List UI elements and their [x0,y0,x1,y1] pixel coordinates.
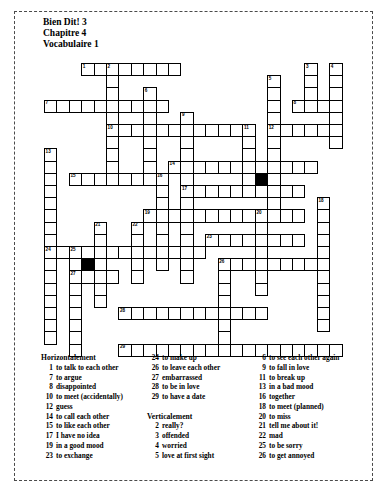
clue-number-28: 28 [120,308,125,313]
grid-cell[interactable] [81,270,94,283]
grid-cell[interactable] [180,136,193,149]
grid-cell[interactable] [106,246,119,259]
grid-cell[interactable] [280,258,293,271]
clue-text: I have no idea [56,431,100,441]
grid-cell[interactable] [304,161,317,174]
clue-text: to meet (planned) [269,402,324,412]
grid-cell[interactable] [267,87,280,100]
grid-cell[interactable] [94,100,107,113]
grid-cell[interactable] [193,161,206,174]
grid-cell[interactable] [280,234,293,247]
grid-cell[interactable] [317,222,330,235]
grid-cell[interactable] [255,222,268,235]
clue-text: mad [269,431,283,441]
clue-num: 6 [254,353,269,363]
grid-cell[interactable] [131,234,144,247]
clue-text: to like each other [56,421,110,431]
grid-cell[interactable] [230,161,243,174]
grid-cell[interactable] [106,173,119,186]
grid-cell[interactable] [131,258,144,271]
grid-cell[interactable] [118,173,131,186]
grid-cell[interactable]: 8 [292,100,305,113]
grid-cell[interactable] [292,209,305,222]
grid-cell[interactable] [193,185,206,198]
grid-cell[interactable] [280,161,293,174]
clue-number-19: 19 [145,210,150,215]
grid-cell[interactable] [218,185,231,198]
down-clue-26: 26to get annoyed [254,451,339,461]
across-clue-10: 10to meet (accidentally) [41,392,123,402]
down-clue-4: 4worried [147,441,220,451]
grid-cell[interactable] [143,100,156,113]
grid-cell[interactable] [44,319,57,332]
grid-cell[interactable] [168,124,181,137]
grid-cell[interactable] [317,319,330,332]
grid-cell[interactable] [267,234,280,247]
grid-cell[interactable] [280,209,293,222]
grid-cell[interactable] [242,173,255,186]
clue-number-9: 9 [182,112,185,117]
grid-cell[interactable] [44,331,57,344]
grid-cell[interactable] [56,100,69,113]
grid-cell[interactable] [193,307,206,320]
grid-cell[interactable] [143,246,156,259]
grid-cell[interactable] [205,209,218,222]
grid-cell[interactable] [255,270,268,283]
grid-cell[interactable] [44,270,57,283]
grid-cell[interactable] [156,100,169,113]
clue-number-1: 1 [83,64,86,69]
clue-num: 24 [147,353,162,363]
clue-num: 16 [254,392,269,402]
down-clue-22: 22mad [254,431,339,441]
grid-cell[interactable] [131,344,144,357]
across-clue-15: 15to like each other [41,421,123,431]
grid-cell[interactable] [94,234,107,247]
grid-cell[interactable] [317,270,330,283]
clue-number-23: 23 [207,234,212,239]
clue-num: 28 [147,382,162,392]
clue-number-18: 18 [318,198,323,203]
grid-cell[interactable]: 22 [131,222,144,235]
grid-cell[interactable] [242,161,255,174]
black-cell [81,258,94,271]
clue-number-5: 5 [269,76,272,81]
grid-cell[interactable] [143,307,156,320]
grid-cell[interactable]: 14 [168,161,181,174]
clue-number-11: 11 [244,125,249,130]
clue-number-22: 22 [132,222,137,227]
across-clue-23: 23to exchange [41,451,123,461]
grid-cell[interactable] [255,283,268,296]
down-clue-21: 21tell me about it! [254,421,339,431]
grid-cell[interactable] [106,148,119,161]
grid-cell[interactable] [317,209,330,222]
grid-cell[interactable] [230,258,243,271]
grid-cell[interactable] [267,258,280,271]
across-clue-12: 12guess [41,402,123,412]
grid-cell[interactable] [180,173,193,186]
clue-text: embarrassed [162,373,202,383]
clue-text: guess [56,402,73,412]
grid-cell[interactable]: 23 [205,234,218,247]
grid-cell[interactable] [168,246,181,259]
clue-num: 8 [41,382,56,392]
grid-cell[interactable] [106,75,119,88]
grid-cell[interactable]: 13 [44,148,57,161]
grid-cell[interactable] [242,307,255,320]
grid-cell[interactable] [94,270,107,283]
clue-text: really? [162,421,183,431]
clue-text: to fall in love [269,363,309,373]
clue-list-header: Horizontalement [41,353,123,363]
grid-cell[interactable] [230,344,243,357]
grid-cell[interactable] [44,258,57,271]
clue-num: 12 [41,402,56,412]
across-clue-29: 29to have a date [147,392,220,402]
grid-cell[interactable] [131,100,144,113]
clue-num: 15 [41,421,56,431]
clue-num: 3 [147,431,162,441]
grid-cell[interactable] [218,283,231,296]
clue-text: to be in love [162,382,200,392]
black-cell [255,173,268,186]
grid-cell[interactable] [242,136,255,149]
clue-num: 18 [254,402,269,412]
grid-cell[interactable] [94,258,107,271]
grid-cell[interactable] [69,100,82,113]
grid-cell[interactable] [44,209,57,222]
across-clue-8: 8disappointed [41,382,123,392]
grid-cell[interactable] [280,185,293,198]
grid-cell[interactable] [304,100,317,113]
grid-cell[interactable]: 18 [317,197,330,210]
grid-cell[interactable] [143,148,156,161]
across-clue-14: 14to call each other [41,412,123,422]
grid-cell[interactable] [242,185,255,198]
grid-cell[interactable] [118,100,131,113]
grid-cell[interactable] [156,63,169,76]
grid-cell[interactable] [304,75,317,88]
grid-cell[interactable] [180,270,193,283]
down-clue-11: 11to break up [254,373,339,383]
grid-cell[interactable] [255,234,268,247]
grid-cell[interactable] [118,63,131,76]
grid-cell[interactable] [44,234,57,247]
grid-cell[interactable] [44,295,57,308]
grid-cell[interactable] [230,124,243,137]
clue-number-8: 8 [294,100,297,105]
grid-cell[interactable] [156,258,169,271]
grid-cell[interactable] [242,209,255,222]
grid-cell[interactable]: 28 [118,307,131,320]
clue-number-15: 15 [70,173,75,178]
down-clue-18: 18to meet (planned) [254,402,339,412]
grid-cell[interactable] [329,112,342,125]
grid-cell[interactable] [69,295,82,308]
clue-number-29: 29 [120,344,125,349]
grid-cell[interactable] [168,63,181,76]
clue-text: to see each other again [269,353,339,363]
grid-cell[interactable] [218,124,231,137]
grid-cell[interactable] [94,63,107,76]
clue-number-6: 6 [145,88,148,93]
grid-cell[interactable] [242,148,255,161]
grid-cell[interactable] [94,283,107,296]
grid-cell[interactable] [156,222,169,235]
grid-cell[interactable] [267,148,280,161]
grid-cell[interactable] [180,307,193,320]
grid-cell[interactable] [267,173,280,186]
grid-cell[interactable] [168,307,181,320]
grid-cell[interactable] [106,161,119,174]
grid-cell[interactable] [156,124,169,137]
across-clue-7: 7to argue [41,373,123,383]
grid-cell[interactable] [180,161,193,174]
grid-cell[interactable] [180,258,193,271]
grid-cell[interactable] [218,234,231,247]
grid-cell[interactable] [267,197,280,210]
clue-text: to break up [269,373,305,383]
grid-cell[interactable] [143,112,156,125]
grid-cell[interactable] [44,197,57,210]
grid-cell[interactable] [180,234,193,247]
grid-cell[interactable] [255,307,268,320]
grid-cell[interactable] [131,270,144,283]
grid-cell[interactable] [118,124,131,137]
grid-cell[interactable] [118,246,131,259]
spacer [147,402,220,412]
down-clue-3: 3offended [147,431,220,441]
across-clue-17: 17I have no idea [41,431,123,441]
grid-cell[interactable] [131,63,144,76]
grid-cell[interactable] [69,331,82,344]
grid-cell[interactable] [267,136,280,149]
grid-cell[interactable] [255,185,268,198]
across-clue-26: 26to leave each other [147,363,220,373]
grid-cell[interactable] [267,100,280,113]
clue-text: to argue [56,373,82,383]
grid-cell[interactable] [230,234,243,247]
grid-cell[interactable] [69,258,82,271]
grid-cell[interactable] [242,258,255,271]
grid-cell[interactable] [106,87,119,100]
clue-text: to exchange [56,451,93,461]
grid-cell[interactable] [218,319,231,332]
grid-cell[interactable] [56,246,69,259]
grid-cell[interactable] [44,161,57,174]
grid-cell[interactable] [317,124,330,137]
grid-cell[interactable] [329,100,342,113]
grid-cell[interactable] [156,307,169,320]
grid-cell[interactable] [44,173,57,186]
grid-cell[interactable] [230,185,243,198]
grid-cell[interactable] [292,161,305,174]
grid-cell[interactable]: 27 [69,270,82,283]
clue-num: 2 [147,421,162,431]
grid-cell[interactable] [168,209,181,222]
grid-cell[interactable] [156,234,169,247]
clue-text: worried [162,441,187,451]
clue-number-2: 2 [108,64,111,69]
grid-cell[interactable] [304,258,317,271]
grid-cell[interactable] [218,295,231,308]
grid-cell[interactable] [205,185,218,198]
grid-cell[interactable] [317,295,330,308]
grid-cell[interactable] [230,209,243,222]
clue-number-7: 7 [46,100,49,105]
clue-number-3: 3 [306,64,309,69]
clue-num: 29 [147,392,162,402]
clue-text: to call each other [56,412,109,422]
clue-number-26: 26 [219,259,224,264]
grid-cell[interactable] [193,246,206,259]
grid-cell[interactable] [292,258,305,271]
clue-number-21: 21 [95,222,100,227]
clue-num: 11 [254,373,269,383]
grid-cell[interactable] [317,234,330,247]
grid-cell[interactable] [317,100,330,113]
clue-num: 19 [41,441,56,451]
grid-cell[interactable] [193,209,206,222]
clue-num: 7 [41,373,56,383]
down-clue-5: 5love at first sight [147,451,220,461]
grid-cell[interactable] [218,270,231,283]
clue-number-13: 13 [46,149,51,154]
clue-num: 9 [254,363,269,373]
clues-column-across: Horizontalement1to talk to each other7to… [41,353,123,460]
grid-cell[interactable] [106,112,119,125]
grid-cell[interactable] [218,209,231,222]
grid-cell[interactable]: 15 [69,173,82,186]
clue-text: to miss [269,412,291,422]
grid-cell[interactable]: 20 [255,209,268,222]
grid-cell[interactable] [143,136,156,149]
grid-cell[interactable] [180,148,193,161]
clue-num: 26 [254,451,269,461]
clue-num: 10 [41,392,56,402]
grid-cell[interactable] [81,100,94,113]
grid-cell[interactable] [218,331,231,344]
grid-cell[interactable] [143,173,156,186]
clue-num: 21 [254,421,269,431]
grid-cell[interactable] [317,283,330,296]
grid-cell[interactable] [267,161,280,174]
grid-cell[interactable] [329,136,342,149]
grid-cell[interactable] [106,270,119,283]
down-clue-2: 2really? [147,421,220,431]
clue-number-10: 10 [108,125,113,130]
grid-cell[interactable] [205,307,218,320]
grid-cell[interactable]: 19 [143,209,156,222]
grid-cell[interactable] [255,258,268,271]
grid-cell[interactable] [44,283,57,296]
grid-cell[interactable] [94,173,107,186]
clue-text: disappointed [56,382,96,392]
grid-cell[interactable] [292,234,305,247]
clue-text: to be sorry [269,441,303,451]
grid-cell[interactable]: 1 [81,63,94,76]
grid-cell[interactable] [317,258,330,271]
grid-cell[interactable] [81,173,94,186]
clue-number-16: 16 [157,173,162,178]
grid-cell[interactable] [205,124,218,137]
grid-cell[interactable]: 16 [156,173,169,186]
down-clue-9: 9to fall in love [254,363,339,373]
grid-cell[interactable] [242,234,255,247]
grid-cell[interactable] [329,87,342,100]
grid-cell[interactable] [280,124,293,137]
across-clue-27: 27embarrassed [147,373,220,383]
grid-cell[interactable] [304,124,317,137]
clue-num: 5 [147,451,162,461]
grid-cell[interactable] [218,161,231,174]
grid-cell[interactable] [292,124,305,137]
grid-cell[interactable] [69,283,82,296]
grid-cell[interactable] [143,63,156,76]
grid-cell[interactable] [131,173,144,186]
clue-number-27: 27 [70,271,75,276]
grid-cell[interactable] [106,136,119,149]
grid-cell[interactable] [69,319,82,332]
clue-text: to make up [162,353,197,363]
grid-cell[interactable]: 6 [143,87,156,100]
clue-num: 4 [147,441,162,451]
clue-num: 26 [147,363,162,373]
grid-cell[interactable] [156,209,169,222]
grid-cell[interactable]: 9 [180,112,193,125]
grid-cell[interactable]: 21 [94,222,107,235]
clue-text: offended [162,431,189,441]
grid-cell[interactable] [180,222,193,235]
grid-cell[interactable] [329,75,342,88]
across-clue-28: 28to be in love [147,382,220,392]
grid-cell[interactable] [292,185,305,198]
clue-text: to get annoyed [269,451,314,461]
clue-text: tell me about it! [269,421,318,431]
clues-column-middle: 24to make up26to leave each other27embar… [147,353,220,460]
grid-cell[interactable] [143,161,156,174]
grid-cell[interactable] [180,197,193,210]
clue-list-header: Verticalement [147,412,220,422]
grid-cell[interactable] [44,222,57,235]
clue-text: to leave each other [162,363,220,373]
grid-cell[interactable]: 5 [267,75,280,88]
grid-cell[interactable] [255,161,268,174]
clue-number-17: 17 [182,186,187,191]
crossword-grid[interactable]: 1234567891011121314151617181920212223242… [44,63,344,358]
grid-cell[interactable] [131,124,144,137]
grid-cell[interactable] [193,124,206,137]
clue-num: 25 [254,441,269,451]
grid-cell[interactable] [267,209,280,222]
clue-num: 17 [41,431,56,441]
worksheet-title: Bien Dit! 3 Chapitre 4 Vocabulaire 1 [43,17,99,50]
clue-number-20: 20 [256,210,261,215]
grid-cell[interactable] [131,307,144,320]
grid-cell[interactable] [94,295,107,308]
grid-cell[interactable] [106,100,119,113]
grid-cell[interactable]: 7 [44,100,57,113]
grid-cell[interactable] [267,112,280,125]
grid-cell[interactable]: 26 [218,258,231,271]
grid-cell[interactable] [230,307,243,320]
clue-num: 1 [41,363,56,373]
grid-cell[interactable] [304,87,317,100]
grid-cell[interactable] [180,209,193,222]
grid-cell[interactable] [156,197,169,210]
grid-cell[interactable] [205,161,218,174]
